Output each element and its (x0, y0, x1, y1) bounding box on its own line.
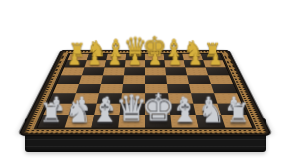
square-b4 (76, 84, 101, 93)
square-h4 (211, 84, 237, 93)
square-e2: ♟ (145, 104, 170, 115)
square-g3 (191, 93, 217, 103)
square-h1: ♜ (221, 115, 252, 128)
square-c1: ♝ (91, 115, 119, 128)
square-c7: ♟ (105, 60, 126, 67)
square-a8: ♜ (67, 54, 89, 61)
chess-board-3d: ♜♞♝♛♚♝♞♜♟♟♟♟♟♟♟♟♟♟♟♟♟♟♟♟♜♞♝♛♚♝♞♜ (45, 0, 245, 165)
square-d8: ♛ (126, 54, 145, 61)
piece-gold-knight: ♞ (184, 38, 204, 60)
square-g4 (189, 84, 214, 93)
piece-gold-queen: ♛ (123, 34, 147, 60)
square-d5 (123, 75, 145, 84)
square-d3 (121, 93, 145, 103)
chess-set-photo: ♜♞♝♛♚♝♞♜♟♟♟♟♟♟♟♟♟♟♟♟♟♟♟♟♜♞♝♛♚♝♞♜ (0, 0, 290, 165)
square-f4 (167, 84, 191, 93)
square-h3 (214, 93, 242, 103)
square-g7: ♟ (184, 60, 206, 67)
square-b1: ♞ (65, 115, 95, 128)
square-b5 (79, 75, 103, 84)
square-b8: ♞ (87, 54, 108, 61)
square-a5 (57, 75, 82, 84)
square-e3 (145, 93, 169, 103)
square-f3 (168, 93, 193, 103)
square-g5 (187, 75, 211, 84)
square-c8: ♝ (106, 54, 126, 61)
square-c5 (101, 75, 124, 84)
square-d1: ♛ (118, 115, 145, 128)
square-g1: ♞ (196, 115, 226, 128)
square-e8: ♚ (145, 54, 164, 61)
piece-gold-knight: ♞ (87, 38, 107, 60)
square-e1: ♚ (145, 115, 172, 128)
square-c2: ♟ (94, 104, 121, 115)
square-f8: ♝ (164, 54, 184, 61)
square-e5 (145, 75, 167, 84)
square-f2: ♟ (169, 104, 196, 115)
square-g8: ♞ (182, 54, 203, 61)
piece-silver-queen: ♛ (115, 91, 148, 127)
piece-silver-king: ♚ (141, 89, 175, 127)
square-f1: ♝ (170, 115, 198, 128)
square-f7: ♟ (164, 60, 185, 67)
piece-gold-bishop: ♝ (163, 36, 184, 60)
square-e7: ♟ (145, 60, 165, 67)
square-g2: ♟ (193, 104, 221, 115)
square-b3 (73, 93, 99, 103)
board-squares: ♜♞♝♛♚♝♞♜♟♟♟♟♟♟♟♟♟♟♟♟♟♟♟♟♜♞♝♛♚♝♞♜ (38, 54, 252, 128)
piece-gold-bishop: ♝ (105, 36, 126, 60)
square-c3 (97, 93, 122, 103)
square-d4 (122, 84, 145, 93)
square-d7: ♟ (125, 60, 145, 67)
square-h5 (208, 75, 233, 84)
square-h2: ♟ (217, 104, 246, 115)
square-h8: ♜ (201, 54, 223, 61)
square-b2: ♟ (69, 104, 97, 115)
square-d2: ♟ (120, 104, 145, 115)
chess-board: ♜♞♝♛♚♝♞♜♟♟♟♟♟♟♟♟♟♟♟♟♟♟♟♟♜♞♝♛♚♝♞♜ (20, 50, 271, 135)
square-h7: ♟ (203, 60, 226, 67)
square-f5 (166, 75, 189, 84)
square-c4 (99, 84, 123, 93)
square-b7: ♟ (84, 60, 106, 67)
square-e4 (145, 84, 168, 93)
square-a7: ♟ (64, 60, 87, 67)
